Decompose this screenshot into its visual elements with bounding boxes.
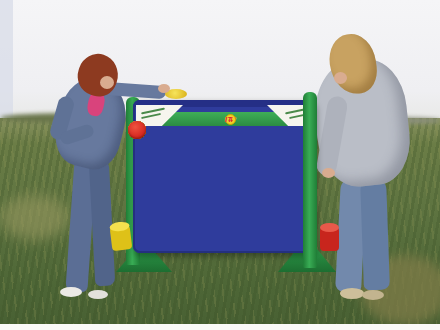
photo-bottom-border	[0, 324, 440, 330]
right-player-face	[334, 72, 347, 84]
disc-top-face	[320, 223, 339, 232]
left-player-face	[100, 76, 114, 89]
left-player-shoe	[88, 290, 108, 299]
photo-scene: UP 4 IT	[0, 0, 440, 330]
board-right-post	[303, 92, 317, 268]
right-player-shoe	[340, 288, 364, 299]
red-disc	[128, 121, 146, 139]
right-player-leg	[360, 178, 390, 291]
loose-red-disc-ground	[320, 227, 339, 251]
logo-it-text: IT	[225, 115, 232, 124]
light-grass-patch	[0, 195, 70, 240]
left-player-shoe	[60, 287, 82, 297]
left-player-hand-on-disc	[158, 84, 170, 93]
loose-yellow-disc-ground	[110, 225, 133, 251]
right-player-shoe	[362, 290, 384, 300]
photo-edge-artifact	[0, 0, 13, 118]
right-player-hand	[322, 168, 335, 178]
board-grid	[137, 130, 313, 251]
